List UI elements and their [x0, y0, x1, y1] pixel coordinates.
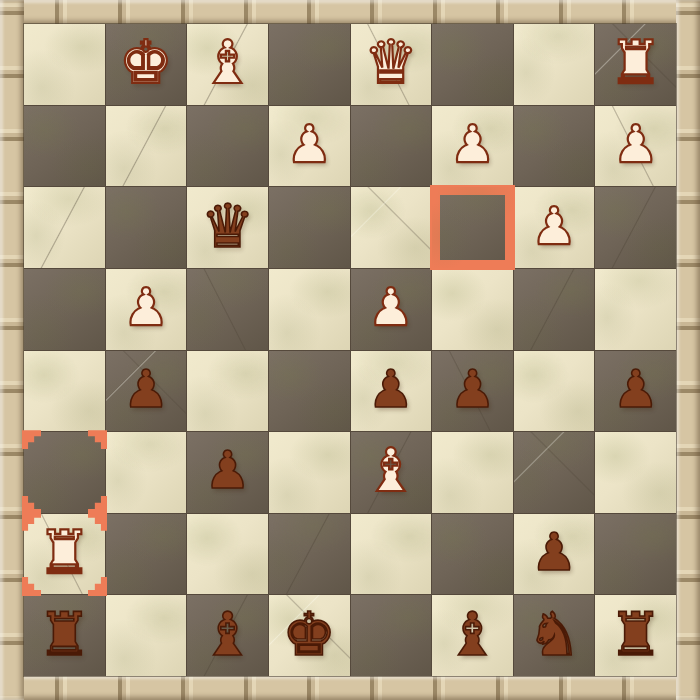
white-rook[interactable]: ♜ [609, 32, 663, 92]
square-c2[interactable]: ♟ [432, 106, 513, 187]
black-king[interactable]: ♚ [282, 604, 336, 664]
square-c3-highlighted[interactable] [432, 187, 513, 268]
stone-frame-bottom [0, 676, 700, 700]
square-h7[interactable]: ♜ [24, 514, 105, 595]
square-c4[interactable] [432, 269, 513, 350]
corner-marker-tr-h6 [88, 430, 107, 449]
square-h5[interactable] [24, 351, 105, 432]
square-g3[interactable] [106, 187, 187, 268]
square-d7[interactable] [351, 514, 432, 595]
square-e1[interactable] [269, 24, 350, 105]
black-rook[interactable]: ♜ [609, 604, 663, 664]
square-g4[interactable]: ♟ [106, 269, 187, 350]
square-a1[interactable]: ♜ [595, 24, 676, 105]
square-e5[interactable] [269, 351, 350, 432]
square-e2[interactable]: ♟ [269, 106, 350, 187]
square-g8[interactable] [106, 595, 187, 676]
stone-frame-left [0, 0, 24, 700]
square-g5[interactable]: ♟ [106, 351, 187, 432]
square-a2[interactable]: ♟ [595, 106, 676, 187]
black-pawn[interactable]: ♟ [368, 363, 415, 415]
square-d8[interactable] [351, 595, 432, 676]
black-pawn[interactable]: ♟ [449, 363, 496, 415]
square-h8[interactable]: ♜ [24, 595, 105, 676]
white-king[interactable]: ♚ [119, 32, 173, 92]
square-a5[interactable]: ♟ [595, 351, 676, 432]
white-queen[interactable]: ♛ [364, 32, 418, 92]
square-a7[interactable] [595, 514, 676, 595]
white-pawn[interactable]: ♟ [286, 118, 333, 170]
square-a8[interactable]: ♜ [595, 595, 676, 676]
square-g7[interactable] [106, 514, 187, 595]
square-h1[interactable] [24, 24, 105, 105]
corner-marker-tl-h6 [22, 430, 41, 449]
square-b7[interactable]: ♟ [514, 514, 595, 595]
square-c1[interactable] [432, 24, 513, 105]
corner-marker-bl-h6 [22, 496, 41, 515]
square-d2[interactable] [351, 106, 432, 187]
square-h4[interactable] [24, 269, 105, 350]
square-b6[interactable] [514, 432, 595, 513]
white-pawn[interactable]: ♟ [531, 200, 578, 252]
square-b2[interactable] [514, 106, 595, 187]
square-f5[interactable] [187, 351, 268, 432]
square-b8[interactable]: ♞ [514, 595, 595, 676]
square-f8[interactable]: ♝ [187, 595, 268, 676]
square-c5[interactable]: ♟ [432, 351, 513, 432]
black-pawn[interactable]: ♟ [531, 526, 578, 578]
square-e3[interactable] [269, 187, 350, 268]
square-c8[interactable]: ♝ [432, 595, 513, 676]
square-d5[interactable]: ♟ [351, 351, 432, 432]
square-a4[interactable] [595, 269, 676, 350]
square-e4[interactable] [269, 269, 350, 350]
chess-board: ♚♝♛♜♟♟♟♛♟♟♟♟♟♟♟♟♝♜♟♜♝♚♝♞♜ [24, 24, 676, 676]
black-pawn[interactable]: ♟ [123, 363, 170, 415]
square-a6[interactable] [595, 432, 676, 513]
white-pawn[interactable]: ♟ [123, 281, 170, 333]
square-b3[interactable]: ♟ [514, 187, 595, 268]
square-e7[interactable] [269, 514, 350, 595]
square-e8[interactable]: ♚ [269, 595, 350, 676]
square-f3[interactable]: ♛ [187, 187, 268, 268]
square-d6[interactable]: ♝ [351, 432, 432, 513]
white-bishop[interactable]: ♝ [201, 32, 255, 92]
square-c6[interactable] [432, 432, 513, 513]
square-h6[interactable] [24, 432, 105, 513]
white-pawn[interactable]: ♟ [368, 281, 415, 333]
square-f2[interactable] [187, 106, 268, 187]
white-pawn[interactable]: ♟ [449, 118, 496, 170]
square-g6[interactable] [106, 432, 187, 513]
black-bishop[interactable]: ♝ [446, 604, 500, 664]
square-b1[interactable] [514, 24, 595, 105]
square-c7[interactable] [432, 514, 513, 595]
black-rook[interactable]: ♜ [37, 604, 91, 664]
white-pawn[interactable]: ♟ [612, 118, 659, 170]
white-bishop[interactable]: ♝ [364, 440, 418, 500]
square-b5[interactable] [514, 351, 595, 432]
square-h3[interactable] [24, 187, 105, 268]
black-bishop[interactable]: ♝ [201, 604, 255, 664]
square-d4[interactable]: ♟ [351, 269, 432, 350]
square-f6[interactable]: ♟ [187, 432, 268, 513]
square-g1[interactable]: ♚ [106, 24, 187, 105]
stone-frame-right [676, 0, 700, 700]
square-g2[interactable] [106, 106, 187, 187]
square-e6[interactable] [269, 432, 350, 513]
stone-frame-top [0, 0, 700, 24]
square-f1[interactable]: ♝ [187, 24, 268, 105]
black-knight[interactable]: ♞ [527, 604, 581, 664]
square-h2[interactable] [24, 106, 105, 187]
square-b4[interactable] [514, 269, 595, 350]
white-rook[interactable]: ♜ [37, 522, 91, 582]
square-a3[interactable] [595, 187, 676, 268]
black-queen[interactable]: ♛ [201, 196, 255, 256]
black-pawn[interactable]: ♟ [204, 444, 251, 496]
square-f7[interactable] [187, 514, 268, 595]
square-d1[interactable]: ♛ [351, 24, 432, 105]
corner-marker-br-h6 [88, 496, 107, 515]
square-d3[interactable] [351, 187, 432, 268]
black-pawn[interactable]: ♟ [612, 363, 659, 415]
square-f4[interactable] [187, 269, 268, 350]
